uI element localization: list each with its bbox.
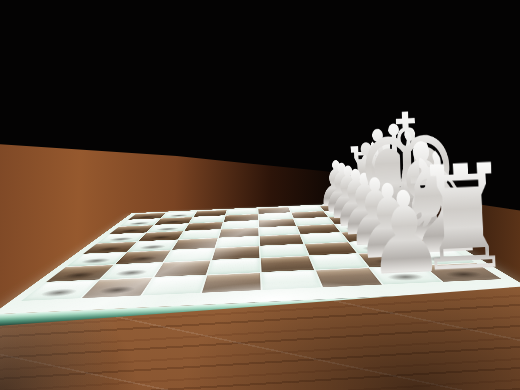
square-h5[interactable] [202,273,260,293]
black-pawn-glyph: ♟ [73,199,154,293]
white-pawn-glyph: ♟ [365,186,446,280]
square-h4[interactable] [262,270,321,290]
chess-photo-scene: ♜♟♟♜♞♟♟♞♝♟♟♝♛♟♟♛♚♟♟♚♝♟♟♝♞♟♟♞♜♟♟♜ [0,0,520,390]
piece-white-pawn-h2[interactable]: ♟ [368,265,442,285]
